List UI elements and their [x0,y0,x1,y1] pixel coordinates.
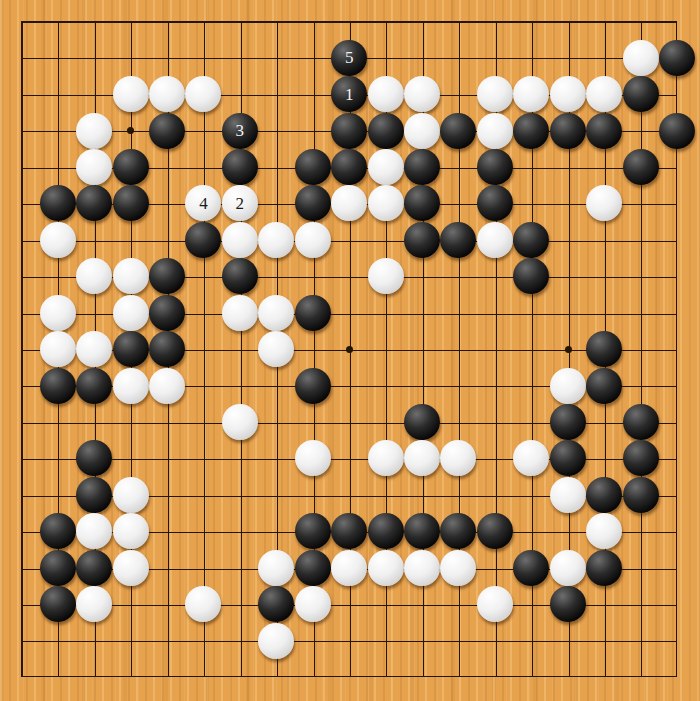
board-point[interactable] [477,76,513,112]
board-point[interactable] [76,39,112,75]
board-point[interactable] [331,440,367,476]
board-point[interactable] [258,404,294,440]
board-point[interactable] [222,222,258,258]
board-point[interactable] [222,295,258,331]
board-point[interactable] [367,3,403,39]
board-point[interactable] [513,258,549,294]
board-point[interactable] [404,3,440,39]
board-point[interactable] [659,76,695,112]
board-point[interactable] [185,550,221,586]
board-point[interactable] [622,586,658,622]
board-point[interactable] [76,112,112,148]
board-point[interactable] [367,622,403,658]
board-point[interactable] [39,258,75,294]
board-point[interactable] [76,222,112,258]
board-point[interactable] [331,659,367,695]
board-point[interactable] [258,185,294,221]
board-point[interactable] [659,659,695,695]
board-point[interactable] [222,404,258,440]
board-point[interactable] [477,586,513,622]
board-point[interactable] [331,586,367,622]
board-point[interactable] [367,185,403,221]
board-point[interactable] [659,477,695,513]
board-point[interactable] [149,550,185,586]
board-point[interactable] [367,586,403,622]
board-point[interactable] [149,659,185,695]
board-point[interactable] [586,295,622,331]
board-point[interactable] [404,185,440,221]
board-point[interactable] [404,112,440,148]
board-point[interactable] [622,295,658,331]
board-point[interactable] [367,295,403,331]
board-point[interactable] [222,586,258,622]
board-point[interactable] [76,586,112,622]
board-point[interactable] [659,149,695,185]
board-point[interactable] [222,39,258,75]
board-point[interactable] [659,295,695,331]
board-point[interactable] [477,367,513,403]
board-point[interactable] [76,149,112,185]
board-point[interactable] [185,222,221,258]
board-point[interactable] [295,76,331,112]
board-point[interactable] [3,39,39,75]
board-point[interactable] [39,331,75,367]
board-point[interactable] [112,367,148,403]
board-point[interactable] [550,112,586,148]
board-point[interactable] [295,477,331,513]
board-point[interactable] [404,550,440,586]
board-point[interactable] [477,477,513,513]
board-point[interactable] [258,149,294,185]
board-point[interactable] [76,76,112,112]
board-point[interactable] [586,404,622,440]
board-point[interactable]: 4 [185,185,221,221]
board-point[interactable] [550,39,586,75]
board-point[interactable] [39,222,75,258]
board-point[interactable] [331,185,367,221]
board-point[interactable] [149,112,185,148]
board-point[interactable] [3,659,39,695]
board-point[interactable] [659,622,695,658]
board-point[interactable] [39,367,75,403]
board-point[interactable] [513,622,549,658]
board-point[interactable] [3,112,39,148]
board-point[interactable] [440,659,476,695]
board-point[interactable] [222,331,258,367]
board-point[interactable] [39,76,75,112]
board-point[interactable] [112,295,148,331]
board-point[interactable] [112,3,148,39]
board-point[interactable] [149,477,185,513]
board-point[interactable] [622,404,658,440]
board-point[interactable] [222,513,258,549]
board-point[interactable] [39,622,75,658]
board-point[interactable] [76,367,112,403]
board-point[interactable] [586,659,622,695]
board-point[interactable] [586,3,622,39]
board-point[interactable] [513,76,549,112]
board-point[interactable] [331,477,367,513]
board-point[interactable] [550,185,586,221]
board-point[interactable] [39,185,75,221]
board-point[interactable] [112,331,148,367]
board-point[interactable] [659,3,695,39]
board-point[interactable] [440,367,476,403]
board-point[interactable] [112,622,148,658]
board-point[interactable] [39,149,75,185]
board-point[interactable] [331,112,367,148]
board-point[interactable] [659,39,695,75]
board-point[interactable] [3,3,39,39]
board-point[interactable] [622,76,658,112]
board-point[interactable] [295,258,331,294]
board-point[interactable] [149,367,185,403]
board-point[interactable] [76,295,112,331]
board-point[interactable] [586,222,622,258]
board-point[interactable] [659,222,695,258]
board-point[interactable] [39,440,75,476]
board-point[interactable] [622,3,658,39]
board-point[interactable] [550,404,586,440]
board-point[interactable] [258,367,294,403]
board-point[interactable] [586,185,622,221]
board-point[interactable] [258,258,294,294]
board-point[interactable] [367,367,403,403]
board-point[interactable] [622,258,658,294]
board-point[interactable] [112,477,148,513]
board-point[interactable] [76,477,112,513]
board-point[interactable] [149,331,185,367]
board-point[interactable] [185,477,221,513]
board-point[interactable] [659,367,695,403]
board-point[interactable] [185,39,221,75]
board-point[interactable] [222,258,258,294]
board-point[interactable] [622,622,658,658]
board-point[interactable] [550,258,586,294]
board-point[interactable] [295,295,331,331]
board-point[interactable] [112,404,148,440]
board-point[interactable] [3,367,39,403]
board-point[interactable] [149,222,185,258]
board-point[interactable] [659,513,695,549]
board-point[interactable] [586,76,622,112]
board-point[interactable] [659,331,695,367]
board-point[interactable] [39,404,75,440]
board-point[interactable] [367,331,403,367]
board-point[interactable] [3,586,39,622]
board-point[interactable] [550,622,586,658]
board-point[interactable] [3,149,39,185]
board-point[interactable] [550,550,586,586]
board-point[interactable] [404,404,440,440]
board-point[interactable] [586,112,622,148]
board-point[interactable] [477,3,513,39]
board-point[interactable] [76,622,112,658]
board-point[interactable] [367,149,403,185]
board-point[interactable] [112,586,148,622]
board-point[interactable] [622,550,658,586]
board-point[interactable] [513,367,549,403]
board-point[interactable] [622,112,658,148]
board-point[interactable] [3,222,39,258]
board-point[interactable] [440,477,476,513]
board-point[interactable] [440,295,476,331]
board-point[interactable] [659,586,695,622]
board-point[interactable] [331,295,367,331]
board-point[interactable] [39,513,75,549]
board-point[interactable] [76,331,112,367]
board-point[interactable] [659,404,695,440]
board-point[interactable] [39,659,75,695]
board-point[interactable] [295,39,331,75]
board-point[interactable] [367,222,403,258]
board-point[interactable] [331,550,367,586]
board-point[interactable] [586,622,622,658]
board-point[interactable] [112,659,148,695]
board-point[interactable] [39,586,75,622]
board-point[interactable] [295,149,331,185]
board-point[interactable] [404,258,440,294]
board-point[interactable] [258,295,294,331]
board-point[interactable] [367,659,403,695]
board-point[interactable] [185,659,221,695]
board-point[interactable] [367,258,403,294]
board-point[interactable] [258,331,294,367]
board-point[interactable] [404,222,440,258]
board-point[interactable] [222,550,258,586]
board-point[interactable]: 2 [222,185,258,221]
board-point[interactable] [3,295,39,331]
board-point[interactable] [3,477,39,513]
board-point[interactable] [550,222,586,258]
board-point[interactable] [404,295,440,331]
board-point[interactable] [367,477,403,513]
board-point[interactable] [331,258,367,294]
board-point[interactable] [185,367,221,403]
board-point[interactable] [513,550,549,586]
board-point[interactable] [295,185,331,221]
board-point[interactable] [258,659,294,695]
board-point[interactable] [513,39,549,75]
board-point[interactable] [295,112,331,148]
board-point[interactable] [149,440,185,476]
board-point[interactable] [477,331,513,367]
board-point[interactable] [258,550,294,586]
board-point[interactable] [258,76,294,112]
board-point[interactable] [367,513,403,549]
board-point[interactable] [477,659,513,695]
board-point[interactable] [477,222,513,258]
board-point[interactable] [477,622,513,658]
board-point[interactable] [3,185,39,221]
board-point[interactable] [3,76,39,112]
board-point[interactable] [76,258,112,294]
board-point[interactable] [513,185,549,221]
board-point[interactable] [513,659,549,695]
board-point[interactable] [185,112,221,148]
board-point[interactable] [622,477,658,513]
board-point[interactable] [440,331,476,367]
board-point[interactable] [367,550,403,586]
board-point[interactable] [112,258,148,294]
board-point[interactable] [477,39,513,75]
board-point[interactable] [222,367,258,403]
board-point[interactable] [622,222,658,258]
board-point[interactable] [76,513,112,549]
board-point[interactable] [550,149,586,185]
board-point[interactable] [586,367,622,403]
board-point[interactable] [295,404,331,440]
board-point[interactable] [404,477,440,513]
board-point[interactable] [258,112,294,148]
board-point[interactable] [149,149,185,185]
board-point[interactable] [367,404,403,440]
board-point[interactable] [3,513,39,549]
board-point[interactable] [622,149,658,185]
board-point[interactable] [258,440,294,476]
board-point[interactable] [295,331,331,367]
board-point[interactable] [622,440,658,476]
board-point[interactable] [331,222,367,258]
board-point[interactable] [404,622,440,658]
board-point[interactable] [586,550,622,586]
board-point[interactable] [222,149,258,185]
board-point[interactable] [404,586,440,622]
board-point[interactable] [404,440,440,476]
board-point[interactable] [440,3,476,39]
board-point[interactable] [513,586,549,622]
board-point[interactable] [331,3,367,39]
board-point[interactable] [440,39,476,75]
board-point[interactable] [185,404,221,440]
board-point[interactable] [3,440,39,476]
board-point[interactable] [295,222,331,258]
board-point[interactable] [550,513,586,549]
board-point[interactable] [440,149,476,185]
board-point[interactable] [404,76,440,112]
board-point[interactable] [149,185,185,221]
board-point[interactable] [112,185,148,221]
board-point[interactable] [149,39,185,75]
board-point[interactable] [222,477,258,513]
board-point[interactable] [149,295,185,331]
board-point[interactable] [295,550,331,586]
board-point[interactable] [258,3,294,39]
board-point[interactable] [550,477,586,513]
board-point[interactable] [550,586,586,622]
board-point[interactable] [149,622,185,658]
board-point[interactable] [3,404,39,440]
board-point[interactable] [39,295,75,331]
board-point[interactable] [112,513,148,549]
board-point[interactable] [295,622,331,658]
board-point[interactable] [404,39,440,75]
board-point[interactable] [404,659,440,695]
board-point[interactable] [76,3,112,39]
board-point[interactable] [185,440,221,476]
board-point[interactable] [112,39,148,75]
board-point[interactable] [513,112,549,148]
board-point[interactable] [622,367,658,403]
board-point[interactable] [331,513,367,549]
board-point[interactable] [550,331,586,367]
board-point[interactable] [331,149,367,185]
board-point[interactable] [550,76,586,112]
board-point[interactable] [76,404,112,440]
board-point[interactable] [550,295,586,331]
board-point[interactable] [39,477,75,513]
board-point[interactable] [295,3,331,39]
board-point[interactable] [331,622,367,658]
board-point[interactable] [39,39,75,75]
board-point[interactable] [622,39,658,75]
board-point[interactable] [404,367,440,403]
board-point[interactable] [477,258,513,294]
board-point[interactable] [586,477,622,513]
board-point[interactable] [440,76,476,112]
board-point[interactable] [76,550,112,586]
board-point[interactable] [295,586,331,622]
board-point[interactable] [185,622,221,658]
board-point[interactable] [222,440,258,476]
board-point[interactable] [513,513,549,549]
board-point[interactable] [3,331,39,367]
board-point[interactable] [222,659,258,695]
board-point[interactable] [258,39,294,75]
board-point[interactable] [39,3,75,39]
board-point[interactable] [586,149,622,185]
board-point[interactable] [513,149,549,185]
board-point[interactable] [222,76,258,112]
board-point[interactable] [440,513,476,549]
board-point[interactable] [258,622,294,658]
board-point[interactable] [513,477,549,513]
board-point[interactable] [258,477,294,513]
board-point[interactable] [112,149,148,185]
board-point[interactable] [550,3,586,39]
board-point[interactable] [367,112,403,148]
board-point[interactable] [513,440,549,476]
board-point[interactable] [440,112,476,148]
board-point[interactable] [76,440,112,476]
board-point[interactable] [149,586,185,622]
board-point[interactable] [185,76,221,112]
board-point[interactable] [185,513,221,549]
board-point[interactable] [440,404,476,440]
board-point[interactable] [513,331,549,367]
board-point[interactable] [185,331,221,367]
board-point[interactable] [112,112,148,148]
board-point[interactable] [586,331,622,367]
board-point[interactable] [659,258,695,294]
board-point[interactable] [440,586,476,622]
board-point[interactable] [477,185,513,221]
board-point[interactable]: 1 [331,76,367,112]
board-point[interactable] [185,3,221,39]
board-point[interactable] [513,222,549,258]
board-point[interactable] [367,39,403,75]
board-point[interactable] [295,513,331,549]
board-point[interactable]: 3 [222,112,258,148]
board-point[interactable] [222,3,258,39]
board-point[interactable] [659,550,695,586]
board-point[interactable] [404,513,440,549]
board-point[interactable] [112,222,148,258]
board-point[interactable] [3,258,39,294]
board-point[interactable] [622,659,658,695]
board-point[interactable] [222,622,258,658]
board-point[interactable] [185,586,221,622]
